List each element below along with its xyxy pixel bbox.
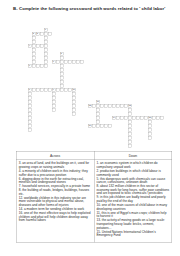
clue-item: 4. a minority of children work in this i… — [19, 169, 92, 176]
crossword-grid: 12345678910111213141516 — [28, 28, 168, 152]
crossword-cell[interactable] — [80, 60, 84, 64]
clue-number: 16 — [89, 124, 91, 126]
down-header: Down — [94, 151, 172, 160]
clue-table: Across Down 3. an area of land, and the … — [16, 151, 172, 242]
clue-table-body-row: 3. an area of land, and the buildings on… — [16, 160, 172, 242]
clue-item: 3. an area of land, and the buildings on… — [19, 162, 92, 169]
crossword-cell[interactable] — [40, 44, 44, 48]
crossword-cell[interactable] — [108, 124, 112, 128]
crossword-cell[interactable] — [92, 104, 96, 108]
across-clues: 3. an area of land, and the buildings on… — [16, 160, 94, 242]
crossword-cell[interactable] — [56, 88, 60, 92]
clue-item: 6. digging deep in the earth for extract… — [19, 177, 92, 184]
clue-number: 3 — [37, 32, 38, 34]
clue-number: 14 — [113, 116, 115, 118]
worksheet-title: B- Complete the following crossword with… — [13, 6, 165, 11]
clue-number: 2 — [33, 32, 34, 34]
crossword-cell[interactable] — [72, 112, 76, 116]
clue-number: 12 — [89, 104, 91, 106]
crossword-cell[interactable] — [128, 144, 132, 148]
clue-item: 9. in this job children are badly treate… — [96, 196, 169, 203]
clue-item: 8. about 132 million children in this se… — [96, 185, 169, 196]
crossword-cell[interactable] — [148, 136, 152, 140]
clue-number: 13 — [129, 104, 131, 106]
clue-item: 8. the building of roads, bridges, build… — [19, 188, 92, 195]
clue-item: 10. one of the main causes of child labo… — [96, 203, 169, 210]
crossword-cell[interactable]: 4 — [28, 44, 32, 48]
clue-number: 10 — [73, 88, 75, 90]
clue-number: 4 — [29, 44, 30, 46]
clue-item: 11. this is one of Egypt's main crops; c… — [96, 211, 169, 218]
clue-number: 15 — [149, 116, 151, 118]
clue-item: 12. worldwide children in this industry … — [19, 196, 92, 207]
crossword-cell[interactable] — [44, 64, 48, 68]
clue-number: 9 — [53, 88, 54, 90]
clue-number: 8 — [29, 88, 30, 90]
crossword-cell[interactable] — [56, 60, 60, 64]
across-header: Across — [16, 151, 94, 160]
worksheet-page: B- Complete the following crossword with… — [0, 0, 180, 256]
clue-item: 13. the activity of moving goods on a la… — [96, 219, 169, 230]
clue-item: 1. an economic system in which children … — [96, 162, 169, 169]
clue-number: 5 — [61, 52, 62, 54]
crossword-cell[interactable] — [40, 32, 44, 36]
clue-item: 5. this dangerous work with chemicals ca… — [96, 177, 169, 184]
clue-number: 11 — [97, 100, 99, 102]
crossword-cell[interactable] — [92, 124, 96, 128]
crossword-cell[interactable] — [124, 116, 128, 120]
clue-number: 6 — [53, 60, 54, 62]
crossword-cell[interactable]: 7 — [28, 64, 32, 68]
crossword-cell[interactable] — [48, 32, 52, 36]
clue-number: 1 — [45, 28, 46, 30]
crossword-cell[interactable] — [52, 108, 56, 112]
crossword-cell[interactable] — [28, 128, 32, 132]
crossword-cell[interactable] — [160, 116, 164, 120]
clue-item: 15. United Nations International Childre… — [96, 230, 169, 237]
down-clues: 1. an economic system in which children … — [94, 160, 172, 242]
clue-number: 7 — [29, 64, 30, 66]
clue-item: 2. production buildings in which child l… — [96, 169, 169, 176]
clue-table-header-row: Across Down — [16, 151, 172, 160]
clue-item: 16. one of the most effective ways to he… — [19, 211, 92, 222]
crossword-cell[interactable] — [40, 64, 44, 68]
